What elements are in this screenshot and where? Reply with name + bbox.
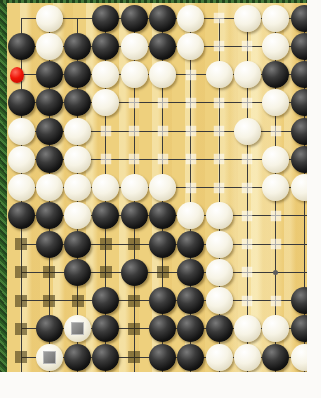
white-stone[interactable] <box>262 5 289 32</box>
white-territory-marker <box>242 98 252 108</box>
white-stone[interactable] <box>8 146 35 173</box>
board-point[interactable] <box>10 7 32 29</box>
white-territory-marker <box>186 98 196 108</box>
black-stone[interactable] <box>36 315 63 342</box>
black-stone[interactable] <box>92 344 119 371</box>
black-stone[interactable] <box>92 33 119 60</box>
table-edge-left <box>0 0 7 372</box>
white-territory-marker <box>271 126 281 136</box>
black-stone[interactable] <box>36 231 63 258</box>
white-stone[interactable] <box>262 174 289 201</box>
black-territory-marker <box>128 295 140 307</box>
black-stone[interactable] <box>149 344 176 371</box>
black-stone[interactable] <box>291 146 308 173</box>
black-territory-marker <box>128 351 140 363</box>
white-territory-marker <box>214 98 224 108</box>
white-territory-marker <box>158 98 168 108</box>
white-stone[interactable] <box>8 118 35 145</box>
white-stone[interactable] <box>36 33 63 60</box>
black-stone[interactable] <box>8 89 35 116</box>
black-territory-marker <box>100 266 112 278</box>
black-stone[interactable] <box>262 344 289 371</box>
white-territory-marker <box>101 154 111 164</box>
white-territory-marker <box>214 183 224 193</box>
white-territory-marker <box>186 70 196 80</box>
black-stone[interactable] <box>177 259 204 286</box>
black-stone[interactable] <box>92 202 119 229</box>
white-stone[interactable] <box>121 174 148 201</box>
white-territory-marker <box>186 126 196 136</box>
black-stone[interactable] <box>149 315 176 342</box>
black-stone[interactable] <box>206 315 233 342</box>
white-stone[interactable] <box>36 5 63 32</box>
white-stone[interactable] <box>64 174 91 201</box>
white-territory-marker <box>129 98 139 108</box>
white-stone[interactable] <box>234 5 261 32</box>
black-stone[interactable] <box>64 89 91 116</box>
white-stone[interactable] <box>121 33 148 60</box>
white-stone[interactable] <box>291 344 308 371</box>
dead-white-stone[interactable] <box>64 315 91 342</box>
black-territory-marker <box>100 238 112 250</box>
white-stone[interactable] <box>149 61 176 88</box>
board-point[interactable] <box>293 205 307 227</box>
white-stone[interactable] <box>262 33 289 60</box>
white-stone[interactable] <box>177 33 204 60</box>
black-stone[interactable] <box>64 33 91 60</box>
white-territory-marker <box>271 239 281 249</box>
go-app-window <box>0 0 321 398</box>
black-territory-marker <box>43 295 55 307</box>
black-stone[interactable] <box>36 89 63 116</box>
dead-stone-marker <box>71 322 84 335</box>
black-stone[interactable] <box>64 344 91 371</box>
white-stone[interactable] <box>149 174 176 201</box>
white-stone[interactable] <box>177 5 204 32</box>
black-stone[interactable] <box>36 202 63 229</box>
white-territory-marker <box>129 154 139 164</box>
white-stone[interactable] <box>206 259 233 286</box>
black-territory-marker <box>157 266 169 278</box>
black-territory-marker <box>15 238 27 250</box>
black-stone[interactable] <box>291 61 308 88</box>
board-point[interactable] <box>265 261 287 283</box>
black-territory-marker <box>128 238 140 250</box>
black-stone[interactable] <box>149 5 176 32</box>
white-territory-marker <box>242 239 252 249</box>
black-stone[interactable] <box>177 344 204 371</box>
white-territory-marker <box>242 296 252 306</box>
white-stone[interactable] <box>206 287 233 314</box>
white-territory-marker <box>214 13 224 23</box>
black-stone[interactable] <box>177 315 204 342</box>
black-stone[interactable] <box>149 33 176 60</box>
white-stone[interactable] <box>8 174 35 201</box>
black-territory-marker <box>15 295 27 307</box>
white-stone[interactable] <box>206 61 233 88</box>
white-territory-marker <box>101 126 111 136</box>
red-move-marker <box>10 67 24 83</box>
white-territory-marker <box>158 126 168 136</box>
black-territory-marker <box>72 295 84 307</box>
white-territory-marker <box>242 211 252 221</box>
board-point[interactable] <box>293 261 307 283</box>
white-stone[interactable] <box>92 174 119 201</box>
black-stone[interactable] <box>291 118 308 145</box>
white-stone[interactable] <box>234 344 261 371</box>
white-stone[interactable] <box>291 174 308 201</box>
black-stone[interactable] <box>8 202 35 229</box>
black-stone[interactable] <box>64 259 91 286</box>
black-stone[interactable] <box>177 231 204 258</box>
white-territory-marker <box>271 296 281 306</box>
black-stone[interactable] <box>8 33 35 60</box>
white-stone[interactable] <box>262 315 289 342</box>
black-territory-marker <box>15 323 27 335</box>
white-territory-marker <box>214 154 224 164</box>
white-stone[interactable] <box>234 61 261 88</box>
white-stone[interactable] <box>206 202 233 229</box>
white-stone[interactable] <box>64 118 91 145</box>
black-stone[interactable] <box>291 5 308 32</box>
white-territory-marker <box>242 267 252 277</box>
black-territory-marker <box>15 351 27 363</box>
black-stone[interactable] <box>262 61 289 88</box>
white-stone[interactable] <box>121 61 148 88</box>
white-stone[interactable] <box>36 174 63 201</box>
dead-stone-marker <box>43 351 56 364</box>
black-stone[interactable] <box>64 61 91 88</box>
white-stone[interactable] <box>92 61 119 88</box>
black-stone[interactable] <box>36 118 63 145</box>
white-stone[interactable] <box>64 146 91 173</box>
white-territory-marker <box>242 41 252 51</box>
white-territory-marker <box>242 183 252 193</box>
table-edge-top <box>0 0 307 3</box>
board-point[interactable] <box>293 233 307 255</box>
go-board[interactable] <box>7 3 307 372</box>
black-stone[interactable] <box>291 287 308 314</box>
white-stone[interactable] <box>234 315 261 342</box>
white-stone[interactable] <box>234 118 261 145</box>
white-stone[interactable] <box>64 202 91 229</box>
black-stone[interactable] <box>64 231 91 258</box>
black-stone[interactable] <box>92 315 119 342</box>
white-stone[interactable] <box>206 231 233 258</box>
dead-white-stone[interactable] <box>36 344 63 371</box>
white-stone[interactable] <box>177 202 204 229</box>
black-stone[interactable] <box>149 202 176 229</box>
white-territory-marker <box>242 154 252 164</box>
black-stone[interactable] <box>92 287 119 314</box>
white-stone[interactable] <box>92 89 119 116</box>
black-territory-marker <box>15 266 27 278</box>
white-territory-marker <box>186 154 196 164</box>
black-stone[interactable] <box>177 287 204 314</box>
black-territory-marker <box>128 323 140 335</box>
white-stone[interactable] <box>262 89 289 116</box>
black-stone[interactable] <box>121 5 148 32</box>
black-stone[interactable] <box>291 315 308 342</box>
black-stone[interactable] <box>36 61 63 88</box>
white-stone[interactable] <box>262 146 289 173</box>
white-territory-marker <box>214 126 224 136</box>
black-stone[interactable] <box>121 259 148 286</box>
black-stone[interactable] <box>36 146 63 173</box>
board-point[interactable] <box>67 7 89 29</box>
black-stone[interactable] <box>291 33 308 60</box>
black-stone[interactable] <box>92 5 119 32</box>
black-stone[interactable] <box>121 202 148 229</box>
white-territory-marker <box>186 183 196 193</box>
black-stone[interactable] <box>149 287 176 314</box>
black-stone[interactable] <box>291 89 308 116</box>
white-territory-marker <box>214 41 224 51</box>
black-territory-marker <box>43 266 55 278</box>
white-territory-marker <box>129 126 139 136</box>
white-territory-marker <box>271 211 281 221</box>
white-territory-marker <box>158 154 168 164</box>
black-stone[interactable] <box>149 231 176 258</box>
white-stone[interactable] <box>206 344 233 371</box>
